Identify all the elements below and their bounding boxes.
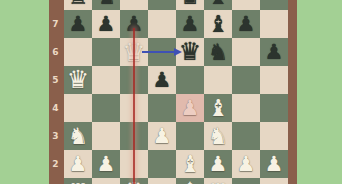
- square-g4[interactable]: [232, 94, 260, 122]
- square-c1[interactable]: ♛: [120, 178, 148, 184]
- square-d6[interactable]: [148, 38, 176, 66]
- square-a4[interactable]: [64, 94, 92, 122]
- square-h3[interactable]: [260, 122, 288, 150]
- square-d1[interactable]: [148, 178, 176, 184]
- square-h6[interactable]: ♟: [260, 38, 288, 66]
- square-a2[interactable]: ♟: [64, 150, 92, 178]
- square-f1[interactable]: ♜: [204, 178, 232, 184]
- piece-black-pawn[interactable]: ♟: [260, 38, 288, 66]
- square-f8[interactable]: ♝: [204, 0, 232, 10]
- square-e7[interactable]: ♟: [176, 10, 204, 38]
- square-d8[interactable]: [148, 0, 176, 10]
- square-h8[interactable]: [260, 0, 288, 10]
- rank-label-7: 7: [49, 10, 62, 38]
- square-b6[interactable]: [92, 38, 120, 66]
- square-d3[interactable]: ♟: [148, 122, 176, 150]
- piece-white-bishop[interactable]: ♝: [176, 150, 204, 178]
- rank-label-4: 4: [49, 94, 62, 122]
- rank-label-2: 2: [49, 150, 62, 178]
- piece-white-pawn[interactable]: ♟: [260, 150, 288, 178]
- square-f5[interactable]: [204, 66, 232, 94]
- piece-white-queen[interactable]: ♛: [64, 66, 92, 94]
- square-c7[interactable]: ♟: [120, 10, 148, 38]
- piece-black-pawn[interactable]: ♟: [148, 66, 176, 94]
- square-e6[interactable]: ♛: [176, 38, 204, 66]
- rank-label-3: 3: [49, 122, 62, 150]
- piece-white-queen[interactable]: ♛: [120, 178, 148, 184]
- square-g5[interactable]: [232, 66, 260, 94]
- piece-white-pawn[interactable]: ♟: [176, 94, 204, 122]
- piece-white-rook[interactable]: ♜: [204, 178, 232, 184]
- square-h2[interactable]: ♟: [260, 150, 288, 178]
- rank-labels: 87654321: [49, 0, 64, 184]
- square-g1[interactable]: [232, 178, 260, 184]
- square-c5[interactable]: [120, 66, 148, 94]
- square-h4[interactable]: [260, 94, 288, 122]
- piece-black-pawn[interactable]: ♟: [92, 10, 120, 38]
- square-g3[interactable]: [232, 122, 260, 150]
- square-f4[interactable]: ♝: [204, 94, 232, 122]
- square-c3[interactable]: [120, 122, 148, 150]
- square-e3[interactable]: [176, 122, 204, 150]
- piece-black-bishop[interactable]: ♝: [204, 0, 232, 10]
- square-g6[interactable]: [232, 38, 260, 66]
- rank-label-8: 8: [49, 0, 62, 10]
- square-e2[interactable]: ♝: [176, 150, 204, 178]
- square-g2[interactable]: ♟: [232, 150, 260, 178]
- piece-black-rook[interactable]: ♜: [64, 0, 92, 10]
- piece-white-king[interactable]: ♚: [176, 178, 204, 184]
- square-e1[interactable]: ♚: [176, 178, 204, 184]
- square-d5[interactable]: ♟: [148, 66, 176, 94]
- square-e5[interactable]: [176, 66, 204, 94]
- piece-white-pawn[interactable]: ♟: [64, 150, 92, 178]
- square-a1[interactable]: ♜: [64, 178, 92, 184]
- rank-label-6: 6: [49, 38, 62, 66]
- ghost-white-queen: ♛: [120, 38, 148, 66]
- piece-white-knight[interactable]: ♞: [204, 122, 232, 150]
- piece-black-knight[interactable]: ♞: [92, 0, 120, 10]
- square-d2[interactable]: [148, 150, 176, 178]
- square-a7[interactable]: ♟: [64, 10, 92, 38]
- piece-black-pawn[interactable]: ♟: [120, 10, 148, 38]
- square-b1[interactable]: [92, 178, 120, 184]
- square-h1[interactable]: [260, 178, 288, 184]
- square-a8[interactable]: ♜: [64, 0, 92, 10]
- piece-black-queen[interactable]: ♛: [176, 38, 204, 66]
- square-d4[interactable]: [148, 94, 176, 122]
- square-b5[interactable]: [92, 66, 120, 94]
- square-a6[interactable]: [64, 38, 92, 66]
- square-h7[interactable]: [260, 10, 288, 38]
- square-f3[interactable]: ♞: [204, 122, 232, 150]
- square-d7[interactable]: [148, 10, 176, 38]
- square-g8[interactable]: [232, 0, 260, 10]
- square-f7[interactable]: ♝: [204, 10, 232, 38]
- square-c8[interactable]: [120, 0, 148, 10]
- square-b4[interactable]: [92, 94, 120, 122]
- square-e8[interactable]: ♚: [176, 0, 204, 10]
- piece-black-king[interactable]: ♚: [176, 0, 204, 10]
- chess-diagram: 87654321 ♜♞♚♝♟♟♟♟♝♟♛♞♟♛♟♟♝♞♟♞♟♟♝♟♟♟♜♛♚♜ …: [0, 0, 342, 184]
- piece-white-pawn[interactable]: ♟: [92, 150, 120, 178]
- square-b2[interactable]: ♟: [92, 150, 120, 178]
- square-f2[interactable]: ♟: [204, 150, 232, 178]
- piece-black-bishop[interactable]: ♝: [204, 10, 232, 38]
- rank-label-1: 1: [49, 178, 62, 184]
- piece-white-knight[interactable]: ♞: [64, 122, 92, 150]
- square-b3[interactable]: [92, 122, 120, 150]
- square-b8[interactable]: ♞: [92, 0, 120, 10]
- square-g7[interactable]: ♟: [232, 10, 260, 38]
- rank-label-5: 5: [49, 66, 62, 94]
- piece-white-pawn[interactable]: ♟: [204, 150, 232, 178]
- square-a5[interactable]: ♛: [64, 66, 92, 94]
- piece-white-rook[interactable]: ♜: [64, 178, 92, 184]
- square-c2[interactable]: [120, 150, 148, 178]
- piece-black-pawn[interactable]: ♟: [64, 10, 92, 38]
- piece-black-pawn[interactable]: ♟: [232, 10, 260, 38]
- square-e4[interactable]: ♟: [176, 94, 204, 122]
- square-b7[interactable]: ♟: [92, 10, 120, 38]
- piece-white-bishop[interactable]: ♝: [204, 94, 232, 122]
- piece-white-pawn[interactable]: ♟: [232, 150, 260, 178]
- square-f6[interactable]: ♞: [204, 38, 232, 66]
- piece-black-pawn[interactable]: ♟: [176, 10, 204, 38]
- chess-board[interactable]: ♜♞♚♝♟♟♟♟♝♟♛♞♟♛♟♟♝♞♟♞♟♟♝♟♟♟♜♛♚♜: [64, 0, 288, 184]
- square-c4[interactable]: [120, 94, 148, 122]
- square-h5[interactable]: [260, 66, 288, 94]
- square-a3[interactable]: ♞: [64, 122, 92, 150]
- piece-black-knight[interactable]: ♞: [204, 38, 232, 66]
- piece-white-pawn[interactable]: ♟: [148, 122, 176, 150]
